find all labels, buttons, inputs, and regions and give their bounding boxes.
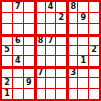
- cell-r4c7[interactable]: [67, 35, 77, 45]
- cell-r1c5[interactable]: 4: [46, 2, 56, 12]
- cell-r6c1[interactable]: [2, 56, 12, 66]
- cell-r8c9[interactable]: [89, 78, 99, 88]
- cell-r4c6[interactable]: [56, 35, 66, 45]
- cell-r1c7[interactable]: 8: [67, 2, 77, 12]
- given-digit: 3: [70, 69, 76, 77]
- given-digit: 2: [4, 79, 10, 87]
- cell-r5c6[interactable]: [56, 46, 66, 56]
- cell-r3c6[interactable]: [56, 24, 66, 34]
- cell-r6c6[interactable]: [56, 56, 66, 66]
- cell-r8c3[interactable]: 9: [24, 78, 34, 88]
- cell-r9c9[interactable]: [89, 89, 99, 99]
- cell-r9c6[interactable]: [56, 89, 66, 99]
- given-digit: 2: [59, 14, 65, 22]
- cell-r4c4[interactable]: 8: [35, 35, 45, 45]
- given-digit: 6: [15, 37, 21, 45]
- cell-r9c1[interactable]: 1: [2, 89, 12, 99]
- cell-r2c7[interactable]: [67, 13, 77, 23]
- given-digit: 7: [15, 3, 21, 11]
- cell-r5c9[interactable]: 2: [89, 46, 99, 56]
- cell-r6c8[interactable]: 1: [78, 56, 88, 66]
- cell-r6c4[interactable]: [35, 56, 45, 66]
- cell-r6c9[interactable]: [89, 56, 99, 66]
- cell-r9c3[interactable]: [24, 89, 34, 99]
- cell-r1c9[interactable]: [89, 2, 99, 12]
- cell-r2c3[interactable]: [24, 13, 34, 23]
- cell-r5c2[interactable]: [13, 46, 23, 56]
- cell-r6c7[interactable]: [67, 56, 77, 66]
- cell-r6c2[interactable]: 4: [13, 56, 23, 66]
- cell-r7c6[interactable]: [56, 67, 66, 77]
- cell-r3c1[interactable]: [2, 24, 12, 34]
- cell-r9c2[interactable]: [13, 89, 23, 99]
- cell-r2c5[interactable]: [46, 13, 56, 23]
- given-digit: 9: [26, 79, 32, 87]
- cell-r7c7[interactable]: 3: [67, 67, 77, 77]
- cell-r3c7[interactable]: [67, 24, 77, 34]
- cell-r2c6[interactable]: 2: [56, 13, 66, 23]
- cell-r5c7[interactable]: [67, 46, 77, 56]
- sudoku-grid: 74829687524173291: [2, 2, 99, 99]
- cell-r7c5[interactable]: [46, 67, 56, 77]
- cell-r1c6[interactable]: [56, 2, 66, 12]
- sudoku-board: 74829687524173291: [0, 0, 101, 101]
- cell-r2c8[interactable]: 9: [78, 13, 88, 23]
- given-digit: 4: [48, 3, 54, 11]
- cell-r1c3[interactable]: [24, 2, 34, 12]
- given-digit: 4: [15, 57, 21, 65]
- cell-r5c4[interactable]: [35, 46, 45, 56]
- cell-r8c4[interactable]: [35, 78, 45, 88]
- cell-r8c1[interactable]: 2: [2, 78, 12, 88]
- cell-r4c2[interactable]: 6: [13, 35, 23, 45]
- cell-r5c3[interactable]: [24, 46, 34, 56]
- cell-r2c4[interactable]: [35, 13, 45, 23]
- cell-r8c2[interactable]: [13, 78, 23, 88]
- cell-r7c8[interactable]: [78, 67, 88, 77]
- cell-r2c9[interactable]: [89, 13, 99, 23]
- cell-r5c5[interactable]: [46, 46, 56, 56]
- cell-r3c5[interactable]: [46, 24, 56, 34]
- cell-r6c5[interactable]: [46, 56, 56, 66]
- cell-r4c1[interactable]: [2, 35, 12, 45]
- cell-r3c4[interactable]: [35, 24, 45, 34]
- cell-r4c8[interactable]: [78, 35, 88, 45]
- cell-r5c8[interactable]: [78, 46, 88, 56]
- cell-r1c2[interactable]: 7: [13, 2, 23, 12]
- cell-r7c2[interactable]: [13, 67, 23, 77]
- cell-r3c8[interactable]: [78, 24, 88, 34]
- cell-r1c8[interactable]: [78, 2, 88, 12]
- cell-r3c9[interactable]: [89, 24, 99, 34]
- cell-r4c5[interactable]: 7: [46, 35, 56, 45]
- given-digit: 8: [70, 3, 76, 11]
- given-digit: 1: [80, 57, 86, 65]
- cell-r2c1[interactable]: [2, 13, 12, 23]
- cell-r4c3[interactable]: [24, 35, 34, 45]
- cell-r7c4[interactable]: 7: [35, 67, 45, 77]
- cell-r8c7[interactable]: [67, 78, 77, 88]
- cell-r6c3[interactable]: [24, 56, 34, 66]
- given-digit: 7: [38, 69, 44, 77]
- cell-r3c3[interactable]: [24, 24, 34, 34]
- cell-r9c8[interactable]: [78, 89, 88, 99]
- cell-r8c8[interactable]: [78, 78, 88, 88]
- given-digit: 8: [38, 37, 44, 45]
- cell-r9c4[interactable]: [35, 89, 45, 99]
- cell-r5c1[interactable]: 5: [2, 46, 12, 56]
- cell-r7c3[interactable]: [24, 67, 34, 77]
- cell-r1c4[interactable]: [35, 2, 45, 12]
- cell-r7c1[interactable]: [2, 67, 12, 77]
- given-digit: 1: [4, 90, 10, 98]
- given-digit: 7: [48, 37, 54, 45]
- cell-r4c9[interactable]: [89, 35, 99, 45]
- cell-r1c1[interactable]: [2, 2, 12, 12]
- given-digit: 2: [91, 46, 97, 54]
- given-digit: 9: [80, 14, 86, 22]
- cell-r9c5[interactable]: [46, 89, 56, 99]
- cell-r9c7[interactable]: [67, 89, 77, 99]
- cell-r8c5[interactable]: [46, 78, 56, 88]
- cell-r2c2[interactable]: [13, 13, 23, 23]
- cell-r8c6[interactable]: [56, 78, 66, 88]
- given-digit: 5: [4, 46, 10, 54]
- cell-r7c9[interactable]: [89, 67, 99, 77]
- cell-r3c2[interactable]: [13, 24, 23, 34]
